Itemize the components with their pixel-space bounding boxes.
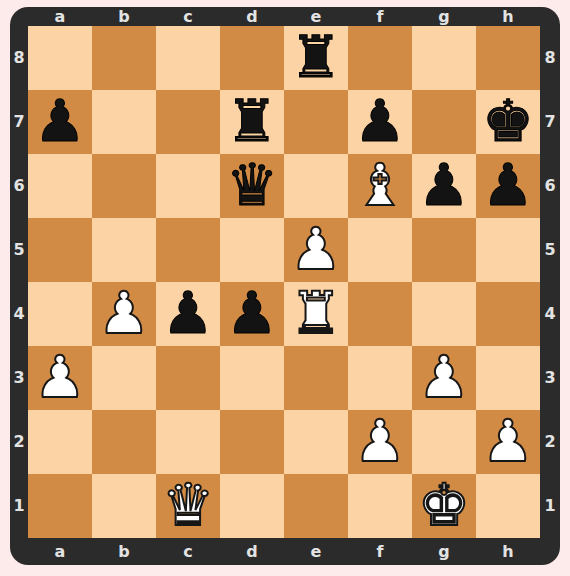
- square-e6[interactable]: [284, 154, 348, 218]
- square-d2[interactable]: [220, 410, 284, 474]
- square-d5[interactable]: [220, 218, 284, 282]
- square-c5[interactable]: [156, 218, 220, 282]
- square-h5[interactable]: [476, 218, 540, 282]
- file-label-bottom-d: d: [220, 538, 284, 565]
- square-b2[interactable]: [92, 410, 156, 474]
- piece-white-pawn[interactable]: ♟: [34, 348, 86, 406]
- square-b3[interactable]: [92, 346, 156, 410]
- piece-white-queen[interactable]: ♛: [162, 476, 214, 534]
- piece-white-pawn[interactable]: ♟: [98, 284, 150, 342]
- square-f3[interactable]: [348, 346, 412, 410]
- piece-white-pawn[interactable]: ♟: [482, 412, 534, 470]
- piece-white-pawn[interactable]: ♟: [418, 348, 470, 406]
- square-e4[interactable]: ♜: [284, 282, 348, 346]
- square-b5[interactable]: [92, 218, 156, 282]
- square-g6[interactable]: ♟: [412, 154, 476, 218]
- square-b7[interactable]: [92, 90, 156, 154]
- square-a2[interactable]: [28, 410, 92, 474]
- square-h3[interactable]: [476, 346, 540, 410]
- file-label-top-d: d: [220, 7, 284, 26]
- square-a7[interactable]: ♟: [28, 90, 92, 154]
- square-h7[interactable]: ♚: [476, 90, 540, 154]
- square-f1[interactable]: [348, 474, 412, 538]
- square-h2[interactable]: ♟: [476, 410, 540, 474]
- rank-label-left-5: 5: [10, 218, 28, 282]
- square-g3[interactable]: ♟: [412, 346, 476, 410]
- rank-label-left-8: 8: [10, 26, 28, 90]
- square-c7[interactable]: [156, 90, 220, 154]
- square-d6[interactable]: ♛: [220, 154, 284, 218]
- file-label-bottom-b: b: [92, 538, 156, 565]
- rank-label-right-4: 4: [540, 282, 560, 346]
- piece-black-pawn[interactable]: ♟: [354, 92, 406, 150]
- square-g4[interactable]: [412, 282, 476, 346]
- file-label-top-h: h: [476, 7, 540, 26]
- rank-label-left-2: 2: [10, 410, 28, 474]
- piece-black-king[interactable]: ♚: [482, 92, 534, 150]
- square-e1[interactable]: [284, 474, 348, 538]
- square-e7[interactable]: [284, 90, 348, 154]
- square-e5[interactable]: ♟: [284, 218, 348, 282]
- rank-label-right-2: 2: [540, 410, 560, 474]
- square-d4[interactable]: ♟: [220, 282, 284, 346]
- square-a3[interactable]: ♟: [28, 346, 92, 410]
- square-c4[interactable]: ♟: [156, 282, 220, 346]
- chess-board-frame: aabbccddeeffgghh8877665544332211♜♟♜♟♚♛♝♟…: [10, 7, 560, 565]
- square-d8[interactable]: [220, 26, 284, 90]
- piece-black-pawn[interactable]: ♟: [162, 284, 214, 342]
- square-d3[interactable]: [220, 346, 284, 410]
- square-f8[interactable]: [348, 26, 412, 90]
- piece-black-pawn[interactable]: ♟: [418, 156, 470, 214]
- file-label-bottom-e: e: [284, 538, 348, 565]
- square-a4[interactable]: [28, 282, 92, 346]
- rank-label-right-8: 8: [540, 26, 560, 90]
- rank-label-left-7: 7: [10, 90, 28, 154]
- square-h4[interactable]: [476, 282, 540, 346]
- rank-label-left-6: 6: [10, 154, 28, 218]
- square-d1[interactable]: [220, 474, 284, 538]
- piece-black-pawn[interactable]: ♟: [34, 92, 86, 150]
- file-label-top-g: g: [412, 7, 476, 26]
- file-label-bottom-f: f: [348, 538, 412, 565]
- rank-label-left-3: 3: [10, 346, 28, 410]
- square-b4[interactable]: ♟: [92, 282, 156, 346]
- square-f2[interactable]: ♟: [348, 410, 412, 474]
- piece-black-pawn[interactable]: ♟: [482, 156, 534, 214]
- rank-label-left-4: 4: [10, 282, 28, 346]
- square-c2[interactable]: [156, 410, 220, 474]
- square-f5[interactable]: [348, 218, 412, 282]
- rank-label-right-6: 6: [540, 154, 560, 218]
- square-h6[interactable]: ♟: [476, 154, 540, 218]
- square-c8[interactable]: [156, 26, 220, 90]
- square-h1[interactable]: [476, 474, 540, 538]
- piece-black-queen[interactable]: ♛: [226, 156, 278, 214]
- piece-black-rook[interactable]: ♜: [226, 92, 278, 150]
- square-g2[interactable]: [412, 410, 476, 474]
- file-label-bottom-a: a: [28, 538, 92, 565]
- square-g7[interactable]: [412, 90, 476, 154]
- rank-label-left-1: 1: [10, 474, 28, 538]
- square-e8[interactable]: ♜: [284, 26, 348, 90]
- square-f6[interactable]: ♝: [348, 154, 412, 218]
- piece-white-pawn[interactable]: ♟: [354, 412, 406, 470]
- square-a8[interactable]: [28, 26, 92, 90]
- square-g5[interactable]: [412, 218, 476, 282]
- square-b8[interactable]: [92, 26, 156, 90]
- square-c1[interactable]: ♛: [156, 474, 220, 538]
- file-label-bottom-h: h: [476, 538, 540, 565]
- square-a1[interactable]: [28, 474, 92, 538]
- square-b1[interactable]: [92, 474, 156, 538]
- piece-white-bishop[interactable]: ♝: [354, 156, 406, 214]
- file-label-bottom-c: c: [156, 538, 220, 565]
- square-f4[interactable]: [348, 282, 412, 346]
- piece-white-king[interactable]: ♚: [418, 476, 470, 534]
- file-label-top-f: f: [348, 7, 412, 26]
- square-f7[interactable]: ♟: [348, 90, 412, 154]
- rank-label-right-7: 7: [540, 90, 560, 154]
- square-h8[interactable]: [476, 26, 540, 90]
- file-label-bottom-g: g: [412, 538, 476, 565]
- square-a6[interactable]: [28, 154, 92, 218]
- piece-black-rook[interactable]: ♜: [290, 28, 342, 86]
- square-e2[interactable]: [284, 410, 348, 474]
- square-b6[interactable]: [92, 154, 156, 218]
- piece-black-pawn[interactable]: ♟: [226, 284, 278, 342]
- square-c6[interactable]: [156, 154, 220, 218]
- rank-label-right-5: 5: [540, 218, 560, 282]
- rank-label-right-1: 1: [540, 474, 560, 538]
- file-label-top-a: a: [28, 7, 92, 26]
- square-c3[interactable]: [156, 346, 220, 410]
- square-g1[interactable]: ♚: [412, 474, 476, 538]
- file-label-top-c: c: [156, 7, 220, 26]
- square-e3[interactable]: [284, 346, 348, 410]
- square-a5[interactable]: [28, 218, 92, 282]
- square-g8[interactable]: [412, 26, 476, 90]
- square-d7[interactable]: ♜: [220, 90, 284, 154]
- piece-white-pawn[interactable]: ♟: [290, 220, 342, 278]
- piece-white-rook[interactable]: ♜: [290, 284, 342, 342]
- file-label-top-b: b: [92, 7, 156, 26]
- rank-label-right-3: 3: [540, 346, 560, 410]
